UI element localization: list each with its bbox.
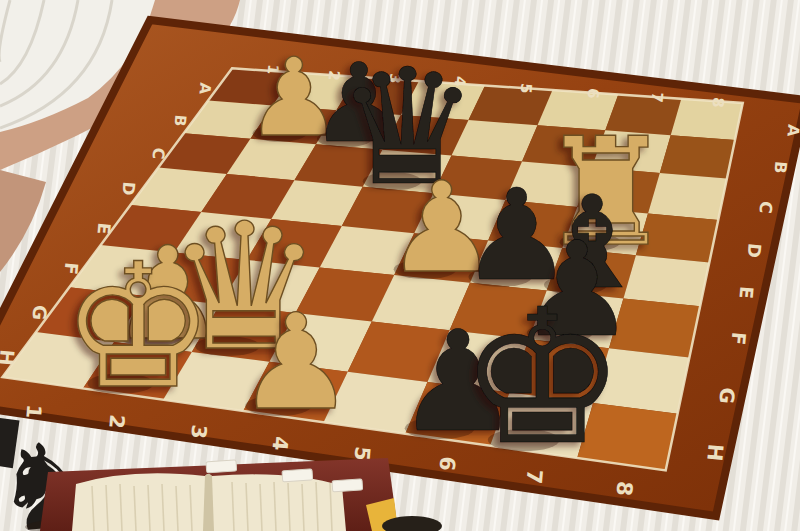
- piece-black-king-h7: ♚: [459, 269, 626, 486]
- square-a8: [671, 99, 743, 140]
- coord-left-B: B: [171, 114, 190, 127]
- white-slat: [206, 460, 237, 473]
- coord-right-E: E: [735, 285, 757, 299]
- coord-right-G: G: [714, 386, 738, 404]
- chess-photo-scene: 1234567812345678ABCDEFGHABCDEFGH♟♟♛♜♟♟♝♟…: [0, 0, 800, 531]
- coord-right-A: A: [783, 124, 800, 138]
- piece-white-pawn-h4: ♟: [237, 285, 355, 439]
- coord-bottom-1: 1: [21, 404, 46, 420]
- coord-left-H: H: [0, 349, 19, 367]
- coord-right-B: B: [770, 161, 790, 175]
- coord-right-H: H: [702, 443, 727, 462]
- coord-top-5: 5: [517, 82, 536, 94]
- coord-right-C: C: [755, 201, 776, 215]
- scene-svg: 1234567812345678ABCDEFGHABCDEFGH♟♟♛♜♟♟♝♟…: [0, 0, 800, 531]
- coord-right-F: F: [727, 331, 750, 346]
- coord-left-D: D: [118, 181, 138, 196]
- coord-left-C: C: [149, 147, 169, 160]
- coord-top-6: 6: [584, 87, 603, 99]
- coord-left-A: A: [195, 82, 214, 96]
- coord-left-G: G: [28, 304, 50, 321]
- coord-top-7: 7: [648, 91, 667, 103]
- coord-top-8: 8: [709, 96, 728, 108]
- white-slat: [332, 479, 363, 492]
- piece-white-king-h2: ♚: [61, 226, 215, 427]
- white-slat: [282, 469, 313, 482]
- coord-right-D: D: [743, 242, 764, 258]
